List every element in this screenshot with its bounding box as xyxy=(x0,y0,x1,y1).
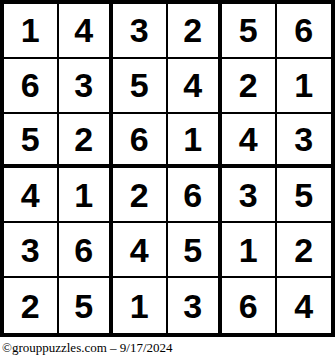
sudoku-cell-r2c6: 1 xyxy=(277,59,332,114)
sudoku-cell-r3c1: 5 xyxy=(4,114,59,169)
sudoku-cell-r1c2: 4 xyxy=(59,4,114,59)
sudoku-cell-r1c4: 2 xyxy=(168,4,223,59)
sudoku-cell-r3c3: 6 xyxy=(113,114,168,169)
sudoku-cell-r2c1: 6 xyxy=(4,59,59,114)
sudoku-page: 143256635421526143412635364512251364 ©gr… xyxy=(0,0,335,357)
sudoku-cell-r6c2: 5 xyxy=(59,278,114,333)
sudoku-cell-r1c3: 3 xyxy=(113,4,168,59)
sudoku-cell-r5c3: 4 xyxy=(113,223,168,278)
sudoku-cell-r1c5: 5 xyxy=(222,4,277,59)
sudoku-cell-r4c6: 5 xyxy=(277,168,332,223)
copyright-credit: ©grouppuzzles.com – 9/17/2024 xyxy=(2,340,173,356)
sudoku-board: 143256635421526143412635364512251364 xyxy=(0,0,335,337)
sudoku-cell-r2c4: 4 xyxy=(168,59,223,114)
sudoku-cell-r3c2: 2 xyxy=(59,114,114,169)
sudoku-cell-r6c1: 2 xyxy=(4,278,59,333)
sudoku-cell-r6c4: 3 xyxy=(168,278,223,333)
sudoku-cell-r4c2: 1 xyxy=(59,168,114,223)
sudoku-cell-r2c3: 5 xyxy=(113,59,168,114)
sudoku-cell-r1c6: 6 xyxy=(277,4,332,59)
sudoku-cell-r5c4: 5 xyxy=(168,223,223,278)
sudoku-cell-r4c5: 3 xyxy=(222,168,277,223)
sudoku-cell-r5c6: 2 xyxy=(277,223,332,278)
sudoku-cell-r5c1: 3 xyxy=(4,223,59,278)
sudoku-cell-r6c3: 1 xyxy=(113,278,168,333)
sudoku-cell-r6c6: 4 xyxy=(277,278,332,333)
sudoku-cell-r3c4: 1 xyxy=(168,114,223,169)
sudoku-cell-r5c2: 6 xyxy=(59,223,114,278)
sudoku-cell-r4c3: 2 xyxy=(113,168,168,223)
sudoku-cell-r3c5: 4 xyxy=(222,114,277,169)
sudoku-cell-r2c2: 3 xyxy=(59,59,114,114)
sudoku-cell-r3c6: 3 xyxy=(277,114,332,169)
sudoku-cell-r1c1: 1 xyxy=(4,4,59,59)
sudoku-cell-r4c1: 4 xyxy=(4,168,59,223)
sudoku-cell-r4c4: 6 xyxy=(168,168,223,223)
sudoku-cell-r2c5: 2 xyxy=(222,59,277,114)
sudoku-cell-r5c5: 1 xyxy=(222,223,277,278)
sudoku-cell-r6c5: 6 xyxy=(222,278,277,333)
